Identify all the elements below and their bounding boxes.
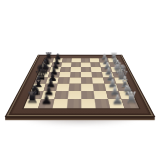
square (58, 78, 70, 84)
chess-board: ♜♟♟♜♞♟♟♞♝♟♟♝♚♟♟♚♛♟♟♛♝♟♟♝♞♟♟♞♜♟♟♜ (5, 55, 156, 117)
square (69, 78, 81, 84)
square (95, 99, 111, 108)
chess-set-photo: ♜♟♟♜♞♟♟♞♝♟♟♝♚♟♟♚♛♟♟♛♝♟♟♝♞♟♟♞♜♟♟♜ (0, 0, 160, 160)
square (94, 91, 108, 99)
square: ♜ (121, 99, 139, 108)
square (69, 84, 82, 91)
square (93, 84, 106, 91)
white-pawn-piece: ♟ (111, 93, 123, 106)
square (81, 84, 94, 91)
white-rook-piece: ♜ (124, 91, 137, 106)
square: ♟ (38, 99, 54, 108)
square (81, 72, 92, 78)
square: ♟ (108, 99, 125, 108)
black-rook-piece: ♜ (25, 91, 38, 106)
square (56, 84, 69, 91)
square (81, 91, 94, 99)
black-pawn-piece: ♟ (40, 93, 52, 106)
square (53, 99, 68, 108)
square (59, 72, 71, 78)
square: ♜ (24, 99, 41, 108)
board-squares: ♜♟♟♜♞♟♟♞♝♟♟♝♚♟♟♚♛♟♟♛♝♟♟♝♞♟♟♞♜♟♟♜ (24, 58, 139, 108)
square (70, 72, 81, 78)
board-front-edge (5, 116, 155, 120)
square (54, 91, 68, 99)
square (68, 91, 81, 99)
square (67, 99, 81, 108)
square (81, 78, 93, 84)
square (81, 99, 95, 108)
